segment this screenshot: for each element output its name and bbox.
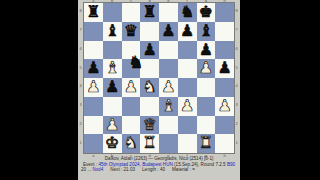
- square-e6: [159, 41, 178, 60]
- coord-label-4: 4: [78, 77, 83, 96]
- event-detail: (15.Sep.24), Round 7.2.5: [173, 162, 227, 167]
- square-a7: [84, 22, 103, 41]
- piece-white-pawn-f3: ♟: [178, 97, 197, 116]
- move-san: Nxd4: [93, 167, 104, 172]
- square-e7: ♟: [159, 22, 178, 41]
- square-e1: [159, 134, 178, 153]
- piece-black-knight-moving: ♞: [125, 52, 146, 73]
- square-e8: [159, 3, 178, 22]
- square-h2: [215, 116, 234, 135]
- piece-black-pawn-g6: ♟: [197, 41, 216, 60]
- square-g1: ♜: [197, 134, 216, 153]
- rank-labels-right: 87654321: [234, 2, 239, 152]
- square-c3: [122, 97, 141, 116]
- piece-black-bishop-b7: ♝: [103, 22, 122, 41]
- square-f8: ♞: [178, 3, 197, 22]
- piece-black-pawn-b4: ♟: [103, 78, 122, 97]
- piece-black-bishop-g7: ♝: [197, 22, 216, 41]
- square-c4: ♟: [122, 78, 141, 97]
- coord-label-3: 3: [234, 96, 239, 115]
- piece-white-bishop-e3: ♝: [159, 97, 178, 116]
- square-h7: [215, 22, 234, 41]
- coord-label-7: 7: [78, 21, 83, 40]
- piece-white-pawn-a4: ♟: [84, 78, 103, 97]
- square-d1: ♜: [140, 134, 159, 153]
- coord-label-5: 5: [234, 58, 239, 77]
- square-h4: [215, 78, 234, 97]
- players-text: Dalkov, Aidan (2263) — Georgiadis, Nico …: [105, 156, 213, 161]
- square-h1: [215, 134, 234, 153]
- square-b6: [103, 41, 122, 60]
- coord-label-2: 2: [78, 115, 83, 134]
- coord-label-8: 8: [78, 2, 83, 21]
- piece-white-pawn-b2: ♟: [103, 116, 122, 135]
- status-line: 20 ... Nxd4 Next : 21.03 Length : 40 Mat…: [78, 167, 240, 173]
- coord-label-2: 2: [234, 115, 239, 134]
- piece-white-rook-g1: ♜: [197, 134, 216, 153]
- square-g5: ♟: [197, 59, 216, 78]
- square-b8: [103, 3, 122, 22]
- piece-black-pawn-e7: ♟: [159, 22, 178, 41]
- material-balance: Material : =: [172, 167, 195, 173]
- piece-white-pawn-h3: ♟: [215, 97, 234, 116]
- piece-white-bishop-b5: ♝: [103, 59, 122, 78]
- piece-white-knight-c1: ♞: [122, 134, 141, 153]
- piece-black-queen-c7: ♛: [122, 22, 141, 41]
- square-e3: ♝: [159, 97, 178, 116]
- move-text: 20 ... Nxd4: [81, 167, 103, 173]
- square-c1: ♞: [122, 134, 141, 153]
- piece-white-knight-d4: ♞: [140, 78, 159, 97]
- square-a8: ♜: [84, 3, 103, 22]
- letterbox-right: [240, 0, 320, 180]
- square-d4: ♞: [140, 78, 159, 97]
- piece-black-rook-d8: ♜: [140, 3, 159, 22]
- square-a6: [84, 41, 103, 60]
- square-c8: [122, 3, 141, 22]
- square-f5: [178, 59, 197, 78]
- square-f1: [178, 134, 197, 153]
- square-g6: ♟: [197, 41, 216, 60]
- piece-white-pawn-g5: ♟: [197, 59, 216, 78]
- piece-black-knight-f8: ♞: [178, 3, 197, 22]
- square-h8: [215, 3, 234, 22]
- coord-label-1: 1: [234, 133, 239, 152]
- square-h5: ♟: [215, 59, 234, 78]
- letterbox-left: [0, 0, 78, 180]
- square-h6: [215, 41, 234, 60]
- event-label: Event :: [83, 162, 99, 167]
- square-a3: [84, 97, 103, 116]
- square-g4: [197, 78, 216, 97]
- coord-label-8: 8: [234, 2, 239, 21]
- square-a4: ♟: [84, 78, 103, 97]
- next-move: Next : 21.03: [110, 167, 135, 173]
- coord-label-3: 3: [78, 96, 83, 115]
- game-length: Length : 40: [142, 167, 165, 173]
- square-b2: ♟: [103, 116, 122, 135]
- coord-label-4: 4: [234, 77, 239, 96]
- piece-white-pawn-e4: ♟: [159, 78, 178, 97]
- piece-black-king-g8: ♚: [197, 3, 216, 22]
- piece-black-pawn-a5: ♟: [84, 59, 103, 78]
- square-f3: ♟: [178, 97, 197, 116]
- square-g2: [197, 116, 216, 135]
- game-caption: Dalkov, Aidan (2263) — Georgiadis, Nico …: [78, 156, 240, 173]
- piece-white-rook-d1: ♜: [140, 134, 159, 153]
- square-e5: [159, 59, 178, 78]
- square-b4: ♟: [103, 78, 122, 97]
- square-f4: [178, 78, 197, 97]
- piece-white-king-b1: ♚: [103, 134, 122, 153]
- square-g7: ♝: [197, 22, 216, 41]
- coord-label-6: 6: [234, 40, 239, 59]
- coord-label-7: 7: [234, 21, 239, 40]
- square-b3: [103, 97, 122, 116]
- rank-labels-left: 87654321: [78, 2, 83, 152]
- coord-label-6: 6: [78, 40, 83, 59]
- coord-label-5: 5: [78, 58, 83, 77]
- piece-white-queen-d2: ♛: [140, 116, 159, 135]
- square-d3: [140, 97, 159, 116]
- square-d2: ♛: [140, 116, 159, 135]
- chess-diagram-panel: abcdefgh ♜♜♞♚♝♛♟♟♝♟♟♟♝♟♟♟♟♟♞♟♝♟♟♟♛♚♞♜♜♞ …: [78, 0, 240, 180]
- piece-black-rook-a8: ♜: [84, 3, 103, 22]
- event-name: 45th Olympiad 2024, Budapest HUN: [98, 162, 172, 167]
- square-a5: ♟: [84, 59, 103, 78]
- square-b7: ♝: [103, 22, 122, 41]
- eco-code: B90: [227, 162, 235, 167]
- square-a1: [84, 134, 103, 153]
- square-e4: ♟: [159, 78, 178, 97]
- square-b5: ♝: [103, 59, 122, 78]
- square-a2: [84, 116, 103, 135]
- square-g3: [197, 97, 216, 116]
- square-f7: ♟: [178, 22, 197, 41]
- square-b1: ♚: [103, 134, 122, 153]
- square-d7: [140, 22, 159, 41]
- piece-white-pawn-c4: ♟: [122, 78, 141, 97]
- square-c2: [122, 116, 141, 135]
- square-f6: [178, 41, 197, 60]
- square-d8: ♜: [140, 3, 159, 22]
- square-f2: [178, 116, 197, 135]
- square-g8: ♚: [197, 3, 216, 22]
- piece-black-pawn-h5: ♟: [215, 59, 234, 78]
- square-c7: ♛: [122, 22, 141, 41]
- square-h3: ♟: [215, 97, 234, 116]
- chess-board: ♜♜♞♚♝♛♟♟♝♟♟♟♝♟♟♟♟♟♞♟♝♟♟♟♛♚♞♜♜♞: [83, 2, 235, 154]
- square-e2: [159, 116, 178, 135]
- piece-black-pawn-f7: ♟: [178, 22, 197, 41]
- coord-label-1: 1: [78, 133, 83, 152]
